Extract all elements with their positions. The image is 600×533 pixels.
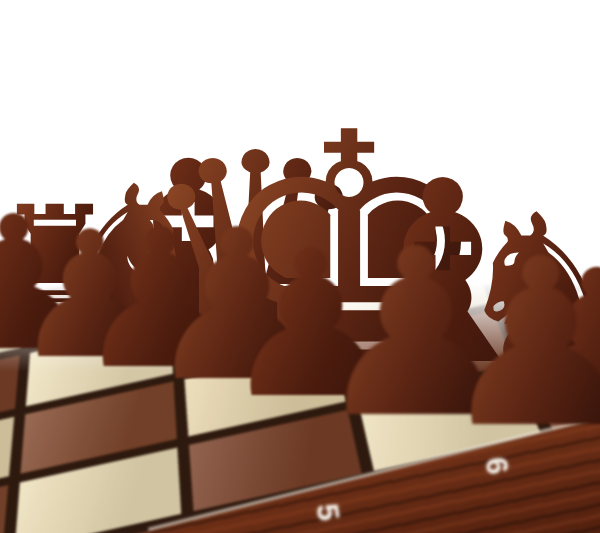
pawn-piece: ♟	[437, 228, 600, 460]
pieces-layer: ♜♞♝♛♚♝♞♟♟♟♟♟♟♟♟	[0, 0, 600, 533]
chess-photo-scene: 56 ♜♞♝♛♚♝♞♟♟♟♟♟♟♟♟	[0, 0, 600, 533]
